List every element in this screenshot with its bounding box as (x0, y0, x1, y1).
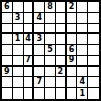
cell-r4c2-given-1[interactable]: 1 (13, 34, 24, 45)
cell-r7c2-empty[interactable] (13, 67, 24, 78)
cell-r2c8-empty[interactable] (77, 13, 88, 24)
cell-r9c5-empty[interactable] (45, 88, 56, 99)
cell-r1c7-given-2[interactable]: 2 (67, 2, 78, 13)
cell-r2c9-empty[interactable] (88, 13, 99, 24)
cell-r5c5-given-5[interactable]: 5 (45, 45, 56, 56)
cell-r1c2-empty[interactable] (13, 2, 24, 13)
cell-r9c7-empty[interactable] (67, 88, 78, 99)
cell-r3c2-empty[interactable] (13, 24, 24, 35)
cell-r6c1-empty[interactable] (2, 56, 13, 67)
cell-r4c3-given-4[interactable]: 4 (24, 34, 35, 45)
cell-r4c4-given-3[interactable]: 3 (34, 34, 45, 45)
cell-r7c9-empty[interactable] (88, 67, 99, 78)
cell-r4c5-empty[interactable] (45, 34, 56, 45)
cell-r3c4-empty[interactable] (34, 24, 45, 35)
cell-r3c3-empty[interactable] (24, 24, 35, 35)
cell-r8c9-empty[interactable] (88, 77, 99, 88)
cell-r9c8-given-1[interactable]: 1 (77, 88, 88, 99)
cell-r2c6-empty[interactable] (56, 13, 67, 24)
cell-r5c1-empty[interactable] (2, 45, 13, 56)
cell-r3c7-empty[interactable] (67, 24, 78, 35)
cell-r7c8-empty[interactable] (77, 67, 88, 78)
cell-r8c7-empty[interactable] (67, 77, 78, 88)
cell-r9c6-empty[interactable] (56, 88, 67, 99)
cell-r7c7-empty[interactable] (67, 67, 78, 78)
cell-r5c4-empty[interactable] (34, 45, 45, 56)
cell-r8c2-empty[interactable] (13, 77, 24, 88)
cell-r2c2-given-3[interactable]: 3 (13, 13, 24, 24)
cell-r6c4-empty[interactable] (34, 56, 45, 67)
cell-r5c6-empty[interactable] (56, 45, 67, 56)
cell-r4c7-empty[interactable] (67, 34, 78, 45)
cell-r5c9-empty[interactable] (88, 45, 99, 56)
cell-r1c4-empty[interactable] (34, 2, 45, 13)
cell-r6c8-empty[interactable] (77, 56, 88, 67)
cell-r7c1-given-9[interactable]: 9 (2, 67, 13, 78)
cell-r3c6-empty[interactable] (56, 24, 67, 35)
cell-r4c6-empty[interactable] (56, 34, 67, 45)
cell-r8c4-given-7[interactable]: 7 (34, 77, 45, 88)
cell-r7c3-empty[interactable] (24, 67, 35, 78)
cell-r2c1-empty[interactable] (2, 13, 13, 24)
cell-r5c2-empty[interactable] (13, 45, 24, 56)
cell-r2c3-empty[interactable] (24, 13, 35, 24)
cell-r8c1-empty[interactable] (2, 77, 13, 88)
cell-r6c7-given-9[interactable]: 9 (67, 56, 78, 67)
cell-r4c1-empty[interactable] (2, 34, 13, 45)
cell-r3c5-empty[interactable] (45, 24, 56, 35)
cell-r6c6-empty[interactable] (56, 56, 67, 67)
cell-r7c6-given-2[interactable]: 2 (56, 67, 67, 78)
cell-r6c2-empty[interactable] (13, 56, 24, 67)
cell-r7c5-empty[interactable] (45, 67, 56, 78)
cell-r9c4-empty[interactable] (34, 88, 45, 99)
cell-r2c4-given-4[interactable]: 4 (34, 13, 45, 24)
cell-r3c1-empty[interactable] (2, 24, 13, 35)
cell-r8c5-empty[interactable] (45, 77, 56, 88)
cell-r8c8-given-4[interactable]: 4 (77, 77, 88, 88)
cell-r5c3-empty[interactable] (24, 45, 35, 56)
cell-r1c5-given-8[interactable]: 8 (45, 2, 56, 13)
cell-r4c8-empty[interactable] (77, 34, 88, 45)
cell-r8c6-empty[interactable] (56, 77, 67, 88)
cell-r1c8-empty[interactable] (77, 2, 88, 13)
cell-r5c8-empty[interactable] (77, 45, 88, 56)
cell-r3c9-empty[interactable] (88, 24, 99, 35)
cell-r9c9-empty[interactable] (88, 88, 99, 99)
cell-r9c3-empty[interactable] (24, 88, 35, 99)
sudoku-board: 68234143567992741 (0, 0, 101, 101)
cell-r9c1-empty[interactable] (2, 88, 13, 99)
cell-r1c1-given-6[interactable]: 6 (2, 2, 13, 13)
cell-r8c3-empty[interactable] (24, 77, 35, 88)
cell-r7c4-empty[interactable] (34, 67, 45, 78)
cell-r1c9-empty[interactable] (88, 2, 99, 13)
cell-r1c3-empty[interactable] (24, 2, 35, 13)
cell-r2c5-empty[interactable] (45, 13, 56, 24)
cell-r3c8-empty[interactable] (77, 24, 88, 35)
cell-r6c9-empty[interactable] (88, 56, 99, 67)
cell-r6c5-empty[interactable] (45, 56, 56, 67)
cell-r2c7-empty[interactable] (67, 13, 78, 24)
cell-r1c6-empty[interactable] (56, 2, 67, 13)
cell-r5c7-given-6[interactable]: 6 (67, 45, 78, 56)
cell-r9c2-empty[interactable] (13, 88, 24, 99)
cell-r4c9-empty[interactable] (88, 34, 99, 45)
cell-r6c3-given-7[interactable]: 7 (24, 56, 35, 67)
